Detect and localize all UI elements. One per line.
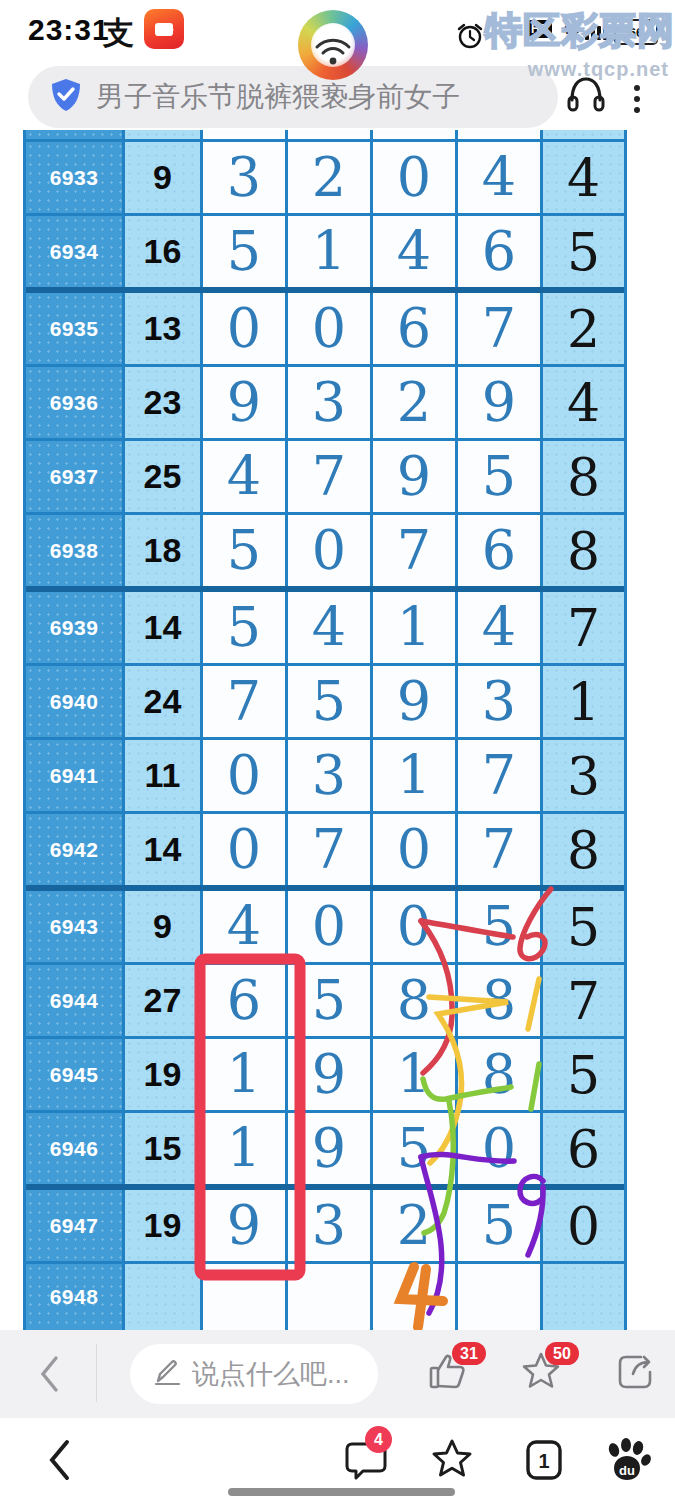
digit-cell: [373, 130, 455, 139]
comment-count-badge: 4: [365, 1426, 392, 1453]
collapse-chevron-icon[interactable]: [36, 1352, 62, 1400]
digit-cell: 4: [203, 891, 285, 962]
sum-cell: 14: [125, 592, 200, 663]
digit-cell: 9: [203, 367, 285, 438]
issue-cell: 6940: [26, 666, 122, 737]
digit-cell: 3: [288, 1190, 370, 1261]
tail-cell: 6: [543, 1113, 624, 1184]
sum-cell: 9: [125, 891, 200, 962]
tail-cell: 0: [543, 1190, 624, 1261]
digit-cell: 4: [458, 592, 540, 663]
issue-cell: 6944: [26, 965, 122, 1036]
sum-cell: [125, 130, 200, 139]
digit-cell: 0: [373, 814, 455, 885]
digit-cell: 7: [203, 666, 285, 737]
tail-cell: 5: [543, 891, 624, 962]
tail-cell: 5: [543, 1039, 624, 1110]
digit-cell: 5: [203, 592, 285, 663]
table-row-6933: 6933932044: [26, 142, 624, 216]
digit-cell: 7: [373, 515, 455, 586]
baidu-paw-button[interactable]: du: [602, 1436, 654, 1488]
table-row-6940: 69402475931: [26, 666, 624, 740]
overflow-menu-icon[interactable]: [627, 80, 647, 128]
video-camera-icon: [155, 23, 173, 36]
digit-cell: 9: [373, 666, 455, 737]
home-indicator[interactable]: [228, 1488, 455, 1496]
search-input[interactable]: 男子音乐节脱裤猥亵身前女子: [28, 66, 558, 128]
sum-cell: 9: [125, 142, 200, 213]
pencil-icon: [152, 1357, 182, 1391]
table-row-6947: 69471993250: [26, 1190, 624, 1264]
issue-cell: 6936: [26, 367, 122, 438]
table-row-6941: 69411103173: [26, 740, 624, 814]
tail-cell: 7: [543, 592, 624, 663]
digit-cell: 9: [458, 367, 540, 438]
bottom-nav-bar: 4 1 du: [0, 1418, 675, 1500]
issue-cell: 6934: [26, 216, 122, 287]
digit-cell: 7: [288, 441, 370, 512]
tail-cell: 3: [543, 740, 624, 811]
sum-cell: 24: [125, 666, 200, 737]
digit-cell: 9: [373, 441, 455, 512]
issue-cell: 6941: [26, 740, 122, 811]
digit-cell: 7: [288, 814, 370, 885]
digit-cell: 4: [288, 592, 370, 663]
sum-cell: 18: [125, 515, 200, 586]
digit-cell: [288, 1264, 370, 1330]
digit-cell: 5: [203, 216, 285, 287]
digit-cell: 3: [203, 142, 285, 213]
comment-bar: 说点什么吧... 31 50: [0, 1330, 675, 1418]
issue-cell: 6933: [26, 142, 122, 213]
search-query-text: 男子音乐节脱裤猥亵身前女子: [96, 78, 460, 116]
digit-cell: 7: [458, 740, 540, 811]
digit-cell: [458, 1264, 540, 1330]
sum-cell: 19: [125, 1190, 200, 1261]
headphones-icon[interactable]: [564, 72, 608, 120]
digit-cell: 0: [373, 891, 455, 962]
table-row-6934: 69341651465: [26, 216, 624, 293]
issue-cell: 6935: [26, 293, 122, 364]
kuaishou-app-icon: [144, 9, 184, 49]
sum-cell: 27: [125, 965, 200, 1036]
share-button[interactable]: [611, 1348, 659, 1400]
tail-cell: 2: [543, 293, 624, 364]
digit-cell: 1: [373, 592, 455, 663]
status-bar: 23:31 支 HD 4G 66: [0, 0, 675, 58]
tail-cell: 8: [543, 441, 624, 512]
sum-cell: 11: [125, 740, 200, 811]
digit-cell: 8: [373, 965, 455, 1036]
digit-cell: 5: [458, 1190, 540, 1261]
digit-cell: 2: [373, 1190, 455, 1261]
table-row-6944: 69442765887: [26, 965, 624, 1039]
sum-cell: 15: [125, 1113, 200, 1184]
browser-search-row: 男子音乐节脱裤猥亵身前女子: [0, 58, 675, 130]
digit-cell: 5: [373, 1113, 455, 1184]
digit-cell: 5: [203, 515, 285, 586]
digit-cell: 8: [458, 1039, 540, 1110]
digit-cell: [288, 130, 370, 139]
sum-cell: 25: [125, 441, 200, 512]
table-row-6946: 69461519506: [26, 1113, 624, 1190]
digit-cell: 3: [458, 666, 540, 737]
issue-cell: [26, 130, 122, 139]
digit-cell: [203, 130, 285, 139]
tail-cell: 8: [543, 515, 624, 586]
alarm-icon: [455, 21, 485, 55]
digit-cell: 6: [373, 293, 455, 364]
issue-cell: 6947: [26, 1190, 122, 1261]
tail-cell: 4: [543, 367, 624, 438]
table-row-6937: 69372547958: [26, 441, 624, 515]
digit-cell: 9: [203, 1190, 285, 1261]
digit-cell: 0: [288, 891, 370, 962]
digit-cell: 6: [458, 515, 540, 586]
digit-cell: 7: [458, 814, 540, 885]
signal-bars-icon: [585, 22, 609, 40]
bookmark-star-button[interactable]: [428, 1436, 476, 1488]
issue-cell: 6948: [26, 1264, 122, 1330]
digit-cell: 1: [373, 740, 455, 811]
svg-text:du: du: [619, 1463, 635, 1478]
tail-cell: [543, 130, 624, 139]
digit-cell: 4: [373, 216, 455, 287]
sum-cell: 13: [125, 293, 200, 364]
digit-cell: 2: [288, 142, 370, 213]
issue-cell: 6942: [26, 814, 122, 885]
digit-cell: 3: [288, 367, 370, 438]
digit-cell: 1: [203, 1113, 285, 1184]
tail-cell: 8: [543, 814, 624, 885]
table-row-6943: 6943940055: [26, 891, 624, 965]
comment-placeholder: 说点什么吧...: [192, 1356, 350, 1392]
digit-cell: 8: [458, 965, 540, 1036]
tail-cell: [543, 1264, 624, 1330]
digit-cell: 4: [203, 441, 285, 512]
sum-cell: 19: [125, 1039, 200, 1110]
table-row-partial-top: [26, 130, 624, 142]
issue-cell: 6943: [26, 891, 122, 962]
shield-check-icon: [50, 78, 82, 116]
digit-cell: [203, 1264, 285, 1330]
digit-cell: 0: [288, 515, 370, 586]
sum-cell: 23: [125, 367, 200, 438]
digit-cell: [458, 130, 540, 139]
digit-cell: 5: [458, 441, 540, 512]
battery-indicator: 66: [614, 19, 658, 45]
digit-cell: 4: [458, 142, 540, 213]
tail-cell: 7: [543, 965, 624, 1036]
table-row-6939: 69391454147: [26, 592, 624, 666]
digit-cell: 6: [458, 216, 540, 287]
digit-cell: 6: [203, 965, 285, 1036]
digit-cell: [373, 1264, 455, 1330]
tail-cell: 4: [543, 142, 624, 213]
digit-cell: 2: [373, 367, 455, 438]
svg-text:1: 1: [538, 1450, 549, 1472]
digit-cell: 0: [458, 1113, 540, 1184]
tail-cell: 1: [543, 666, 624, 737]
like-count-badge: 31: [452, 1342, 486, 1365]
issue-cell: 6939: [26, 592, 122, 663]
table-row-6936: 69362393294: [26, 367, 624, 441]
comment-input[interactable]: 说点什么吧...: [130, 1344, 378, 1404]
digit-cell: 5: [288, 965, 370, 1036]
sum-cell: 16: [125, 216, 200, 287]
digit-cell: 1: [288, 216, 370, 287]
digit-cell: 0: [203, 814, 285, 885]
digit-cell: 7: [458, 293, 540, 364]
digit-cell: 0: [373, 142, 455, 213]
network-type-label: 4G: [562, 22, 579, 37]
table-row-6938: 69381850768: [26, 515, 624, 592]
sum-cell: [125, 1264, 200, 1330]
digit-cell: 9: [288, 1113, 370, 1184]
digit-cell: 1: [203, 1039, 285, 1110]
digit-cell: 5: [288, 666, 370, 737]
digit-cell: 9: [288, 1039, 370, 1110]
digit-cell: 3: [288, 740, 370, 811]
issue-cell: 6946: [26, 1113, 122, 1184]
digit-cell: 0: [288, 293, 370, 364]
clock-time: 23:31: [28, 13, 110, 47]
sum-cell: 14: [125, 814, 200, 885]
alipay-notification-icon: 支: [103, 12, 134, 54]
tabs-button[interactable]: 1: [522, 1436, 566, 1488]
favorite-count-badge: 50: [545, 1342, 579, 1365]
trend-table: 6933932044693416514656935130067269362393…: [23, 130, 627, 1330]
table-row-6942: 69421407078: [26, 814, 624, 891]
back-button[interactable]: [44, 1436, 74, 1488]
digit-cell: 5: [458, 891, 540, 962]
table-row-6945: 69451919185: [26, 1039, 624, 1113]
hd-badge: HD: [527, 20, 552, 38]
digit-cell: 0: [203, 740, 285, 811]
divider: [96, 1344, 97, 1402]
digit-cell: 1: [373, 1039, 455, 1110]
digit-cell: 0: [203, 293, 285, 364]
issue-cell: 6938: [26, 515, 122, 586]
table-row-6935: 69351300672: [26, 293, 624, 367]
table-row-6948: 6948: [26, 1264, 624, 1330]
tail-cell: 5: [543, 216, 624, 287]
issue-cell: 6937: [26, 441, 122, 512]
issue-cell: 6945: [26, 1039, 122, 1110]
